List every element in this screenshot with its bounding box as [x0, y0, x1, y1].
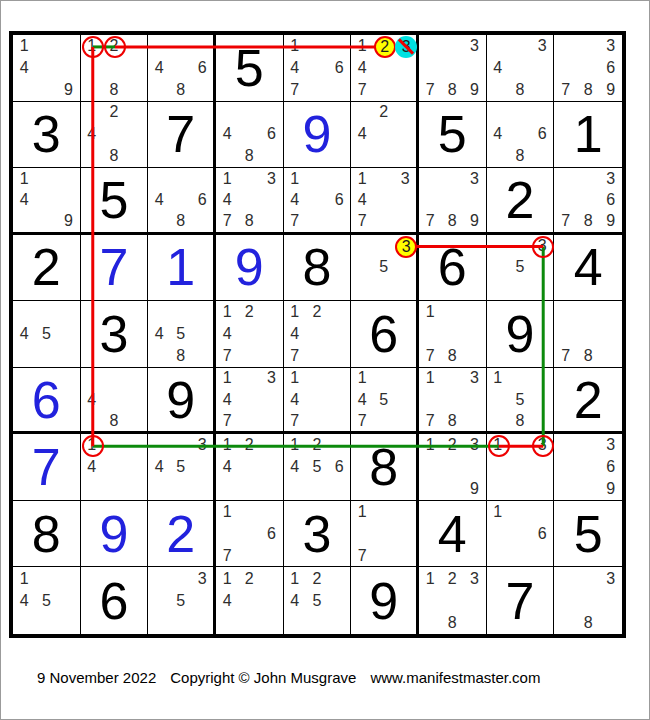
cell-r1c1[interactable]: 149 [13, 35, 81, 102]
cell-r8c2[interactable]: 9 [81, 501, 149, 568]
candidate-7 [13, 612, 35, 634]
candidate-5 [103, 456, 125, 478]
candidate-5 [373, 57, 395, 79]
cell-r4c4[interactable]: 9 [216, 235, 284, 302]
candidate-8: 8 [170, 210, 192, 231]
candidate-5 [577, 189, 600, 210]
cell-r7c2[interactable]: 14 [81, 434, 149, 501]
candidate-3 [394, 501, 416, 523]
candidate-1: 1 [284, 168, 306, 189]
candidate-4 [148, 590, 170, 612]
candidate-1 [419, 35, 441, 57]
candidate-9 [260, 210, 282, 231]
candidate-grid: 124 [216, 434, 283, 500]
candidate-8 [441, 478, 463, 500]
candidate-3 [260, 102, 282, 124]
candidate-4 [419, 456, 441, 478]
candidate-grid: 369 [554, 434, 622, 500]
candidate-grid: 1347 [216, 368, 283, 432]
solved-digit: 4 [438, 508, 467, 560]
cell-r1c2[interactable]: 128 [81, 35, 149, 102]
candidate-7 [81, 410, 103, 431]
candidate-4 [216, 523, 238, 545]
candidate-6 [57, 323, 79, 345]
candidate-9 [191, 210, 213, 231]
candidate-5 [238, 189, 260, 210]
cell-r5c3[interactable]: 458 [148, 301, 216, 368]
solved-digit: 8 [32, 508, 61, 560]
cell-r7c9[interactable]: 369 [554, 434, 622, 501]
candidate-4 [554, 456, 577, 478]
cell-r4c8[interactable]: 35 [487, 235, 555, 302]
cell-r5c5[interactable]: 1247 [284, 301, 352, 368]
cell-r8c1[interactable]: 8 [13, 501, 81, 568]
candidate-2: 2 [238, 301, 260, 323]
candidate-1 [81, 102, 103, 124]
candidate-grid: 147 [284, 368, 351, 432]
cell-r6c6[interactable]: 1457 [351, 368, 419, 435]
candidate-5 [509, 523, 531, 545]
candidate-7 [351, 145, 373, 167]
candidate-6: 6 [260, 523, 282, 545]
candidate-4: 4 [351, 123, 373, 145]
candidate-6 [394, 257, 416, 279]
candidate-2 [306, 168, 328, 189]
candidate-8 [306, 478, 328, 500]
candidate-7 [487, 145, 509, 167]
candidate-grid: 16 [487, 501, 554, 567]
cell-r6c4[interactable]: 1347 [216, 368, 284, 435]
solved-digit: 8 [303, 241, 332, 293]
cell-r4c6[interactable]: 35 [351, 235, 419, 302]
cell-r1c3[interactable]: 468 [148, 35, 216, 102]
cell-r6c2[interactable]: 48 [81, 368, 149, 435]
candidate-5 [238, 456, 260, 478]
candidate-9 [531, 145, 553, 167]
candidate-grid: 468 [148, 168, 213, 232]
candidate-2: 2 [103, 102, 125, 124]
candidate-3 [531, 102, 553, 124]
candidate-8 [35, 210, 57, 231]
candidate-7: 7 [351, 210, 373, 231]
cell-r9c7[interactable]: 1238 [419, 567, 487, 634]
cell-r3c4[interactable]: 13478 [216, 168, 284, 235]
candidate-6 [394, 189, 416, 210]
cell-r1c7[interactable]: 3789 [419, 35, 487, 102]
candidate-7 [284, 612, 306, 634]
cell-r1c6[interactable]: 12347 [351, 35, 419, 102]
cell-r2c7[interactable]: 5 [419, 102, 487, 169]
candidate-4: 4 [216, 590, 238, 612]
cell-r8c3[interactable]: 2 [148, 501, 216, 568]
candidate-7 [148, 345, 170, 367]
cell-r5c9[interactable]: 78 [554, 301, 622, 368]
candidate-3 [125, 434, 147, 456]
candidate-grid: 17 [351, 501, 416, 567]
cell-r6c9[interactable]: 2 [554, 368, 622, 435]
candidate-6 [57, 189, 79, 210]
candidate-4: 4 [81, 123, 103, 145]
candidate-7 [554, 478, 577, 500]
candidate-4 [487, 523, 509, 545]
candidate-7 [13, 210, 35, 231]
cell-r3c8[interactable]: 2 [487, 168, 555, 235]
candidate-1: 1 [419, 434, 441, 456]
candidate-8: 8 [238, 145, 260, 167]
candidate-5 [238, 523, 260, 545]
candidate-4 [351, 257, 373, 279]
cell-r9c1[interactable]: 145 [13, 567, 81, 634]
cell-r5c2[interactable]: 3 [81, 301, 149, 368]
cell-r2c1[interactable]: 3 [13, 102, 81, 169]
candidate-grid: 1467 [284, 35, 351, 101]
candidate-3 [394, 102, 416, 124]
candidate-6 [394, 123, 416, 145]
candidate-6 [463, 189, 485, 210]
candidate-1: 1 [13, 567, 35, 589]
candidate-9: 9 [463, 478, 485, 500]
candidate-2 [170, 567, 192, 589]
candidate-8 [238, 345, 260, 367]
cell-r9c4[interactable]: 124 [216, 567, 284, 634]
cell-r8c9[interactable]: 5 [554, 501, 622, 568]
candidate-1: 1 [216, 368, 238, 389]
candidate-grid: 35 [487, 235, 554, 301]
cell-r7c8[interactable]: 13 [487, 434, 555, 501]
candidate-4 [554, 323, 577, 345]
candidate-grid: 128 [81, 35, 148, 101]
candidate-3 [328, 301, 350, 323]
cell-r7c5[interactable]: 12456 [284, 434, 352, 501]
candidate-6: 6 [328, 189, 350, 210]
candidate-6 [57, 57, 79, 79]
candidate-6: 6 [328, 456, 350, 478]
candidate-6 [463, 590, 485, 612]
candidate-9 [260, 545, 282, 567]
candidate-5 [373, 189, 395, 210]
candidate-4: 4 [284, 389, 306, 410]
candidate-2: 2 [306, 567, 328, 589]
cell-r3c9[interactable]: 36789 [554, 168, 622, 235]
cell-r5c6[interactable]: 6 [351, 301, 419, 368]
cell-r6c1[interactable]: 6 [13, 368, 81, 435]
candidate-2 [35, 168, 57, 189]
cell-r6c3[interactable]: 9 [148, 368, 216, 435]
candidate-5 [441, 389, 463, 410]
cell-r2c2[interactable]: 248 [81, 102, 149, 169]
cell-r4c1[interactable]: 2 [13, 235, 81, 302]
candidate-8 [238, 545, 260, 567]
candidate-4: 4 [148, 323, 170, 345]
candidate-9 [531, 545, 553, 567]
candidate-grid: 149 [13, 35, 80, 101]
cell-r4c2[interactable]: 7 [81, 235, 149, 302]
candidate-6 [125, 389, 147, 410]
candidate-6: 6 [531, 523, 553, 545]
candidate-8: 8 [170, 345, 192, 367]
cell-r1c5[interactable]: 1467 [284, 35, 352, 102]
candidate-3 [394, 368, 416, 389]
candidate-3 [191, 35, 213, 57]
cell-r9c3[interactable]: 35 [148, 567, 216, 634]
candidate-7: 7 [419, 210, 441, 231]
candidate-8 [103, 478, 125, 500]
candidate-4: 4 [284, 323, 306, 345]
candidate-7: 7 [284, 410, 306, 431]
candidate-3: 3 [394, 235, 416, 257]
cell-r5c1[interactable]: 45 [13, 301, 81, 368]
cell-r4c5[interactable]: 8 [284, 235, 352, 302]
cell-r3c7[interactable]: 3789 [419, 168, 487, 235]
candidate-3: 3 [599, 168, 622, 189]
candidate-grid: 35 [148, 567, 213, 634]
candidate-1: 1 [351, 35, 373, 57]
cell-r9c8[interactable]: 7 [487, 567, 555, 634]
candidate-4 [554, 590, 577, 612]
candidate-5 [170, 189, 192, 210]
solved-digit: 9 [303, 108, 332, 160]
candidate-grid: 78 [554, 301, 622, 367]
candidate-6: 6 [191, 189, 213, 210]
candidate-1: 1 [216, 567, 238, 589]
candidate-8: 8 [170, 79, 192, 101]
candidate-grid: 145 [13, 567, 80, 634]
candidate-2 [170, 168, 192, 189]
sudoku-board: 1491284685146712347378934836789324874689… [9, 31, 626, 638]
cell-r6c8[interactable]: 158 [487, 368, 555, 435]
candidate-5 [441, 57, 463, 79]
candidate-5: 5 [170, 590, 192, 612]
candidate-grid: 1239 [419, 434, 486, 500]
candidate-8 [238, 612, 260, 634]
candidate-6 [463, 323, 485, 345]
solved-digit: 1 [574, 108, 603, 160]
cell-r1c4[interactable]: 5 [216, 35, 284, 102]
candidate-6 [531, 389, 553, 410]
candidate-6 [394, 523, 416, 545]
candidate-3: 3 [191, 567, 213, 589]
candidate-7 [487, 278, 509, 300]
candidate-grid: 149 [13, 168, 80, 232]
candidate-8 [373, 410, 395, 431]
cell-r1c8[interactable]: 348 [487, 35, 555, 102]
candidate-7 [81, 145, 103, 167]
candidate-4: 4 [13, 189, 35, 210]
candidate-2 [373, 368, 395, 389]
candidate-7: 7 [554, 210, 577, 231]
candidate-7 [13, 345, 35, 367]
candidate-6 [328, 590, 350, 612]
cell-r9c9[interactable]: 38 [554, 567, 622, 634]
candidate-3: 3 [260, 168, 282, 189]
candidate-4 [419, 189, 441, 210]
cell-r3c5[interactable]: 1467 [284, 168, 352, 235]
candidate-7 [419, 612, 441, 634]
cell-r4c7[interactable]: 6 [419, 235, 487, 302]
candidate-1 [487, 35, 509, 57]
cell-r3c2[interactable]: 5 [81, 168, 149, 235]
candidate-8: 8 [441, 210, 463, 231]
candidate-4: 4 [216, 123, 238, 145]
candidate-2 [509, 501, 531, 523]
candidate-9 [463, 410, 485, 431]
cell-r2c3[interactable]: 7 [148, 102, 216, 169]
candidate-1: 1 [487, 434, 509, 456]
candidate-4 [419, 389, 441, 410]
cell-r7c6[interactable]: 8 [351, 434, 419, 501]
candidate-9 [463, 345, 485, 367]
cell-r2c5[interactable]: 9 [284, 102, 352, 169]
candidate-8 [373, 545, 395, 567]
candidate-8: 8 [509, 410, 531, 431]
cell-r9c5[interactable]: 1245 [284, 567, 352, 634]
candidate-8 [509, 478, 531, 500]
cell-r6c5[interactable]: 147 [284, 368, 352, 435]
candidate-1 [554, 168, 577, 189]
candidate-4 [419, 590, 441, 612]
candidate-1 [216, 102, 238, 124]
candidate-grid: 14 [81, 434, 148, 500]
candidate-4 [554, 57, 577, 79]
candidate-9: 9 [599, 79, 622, 101]
cell-r7c3[interactable]: 345 [148, 434, 216, 501]
candidate-8: 8 [577, 79, 600, 101]
cell-r5c4[interactable]: 1247 [216, 301, 284, 368]
candidate-6 [394, 389, 416, 410]
candidate-3: 3 [531, 35, 553, 57]
candidate-5 [35, 57, 57, 79]
candidate-9 [191, 478, 213, 500]
candidate-9: 9 [599, 478, 622, 500]
candidate-4: 4 [351, 57, 373, 79]
solved-digit: 2 [506, 174, 535, 226]
candidate-9 [394, 410, 416, 431]
cell-r3c6[interactable]: 1347 [351, 168, 419, 235]
cell-r2c4[interactable]: 468 [216, 102, 284, 169]
candidate-2 [35, 567, 57, 589]
cell-r3c1[interactable]: 149 [13, 168, 81, 235]
candidate-1 [148, 168, 170, 189]
candidate-3: 3 [394, 35, 416, 57]
cell-r2c6[interactable]: 24 [351, 102, 419, 169]
solved-digit: 6 [369, 308, 398, 360]
candidate-grid: 468 [216, 102, 283, 168]
cell-r8c7[interactable]: 4 [419, 501, 487, 568]
candidate-4 [487, 257, 509, 279]
cell-r3c3[interactable]: 468 [148, 168, 216, 235]
solved-digit: 9 [166, 374, 195, 426]
cell-r1c9[interactable]: 36789 [554, 35, 622, 102]
candidate-2: 2 [238, 567, 260, 589]
candidate-9 [531, 478, 553, 500]
solved-digit: 5 [574, 508, 603, 560]
solved-digit: 3 [303, 508, 332, 560]
solved-digit: 7 [506, 575, 535, 627]
candidate-4: 4 [351, 389, 373, 410]
cell-r4c3[interactable]: 1 [148, 235, 216, 302]
cell-r8c4[interactable]: 167 [216, 501, 284, 568]
candidate-8 [306, 410, 328, 431]
cell-r4c9[interactable]: 4 [554, 235, 622, 302]
candidate-7: 7 [284, 79, 306, 101]
candidate-8: 8 [238, 210, 260, 231]
candidate-7 [419, 478, 441, 500]
solved-digit: 2 [166, 508, 195, 560]
candidate-9 [125, 145, 147, 167]
candidate-6 [125, 57, 147, 79]
candidate-9 [328, 210, 350, 231]
candidate-9 [394, 545, 416, 567]
candidate-2 [238, 501, 260, 523]
candidate-1: 1 [216, 434, 238, 456]
candidate-grid: 3789 [419, 168, 486, 232]
candidate-6: 6 [191, 57, 213, 79]
candidate-7: 7 [351, 79, 373, 101]
candidate-6 [260, 189, 282, 210]
candidate-8 [373, 79, 395, 101]
candidate-grid: 178 [419, 301, 486, 367]
candidate-2 [238, 102, 260, 124]
candidate-2 [373, 168, 395, 189]
solved-digit: 8 [369, 441, 398, 493]
cell-r2c9[interactable]: 1 [554, 102, 622, 169]
solved-digit: 5 [235, 42, 264, 94]
candidate-8 [170, 478, 192, 500]
cell-r8c5[interactable]: 3 [284, 501, 352, 568]
candidate-9 [260, 410, 282, 431]
cell-r7c4[interactable]: 124 [216, 434, 284, 501]
cell-r8c8[interactable]: 16 [487, 501, 555, 568]
cell-r7c7[interactable]: 1239 [419, 434, 487, 501]
cell-r9c6[interactable]: 9 [351, 567, 419, 634]
candidate-4 [487, 456, 509, 478]
solved-digit: 2 [32, 241, 61, 293]
candidate-1: 1 [351, 501, 373, 523]
candidate-2 [577, 567, 600, 589]
solved-digit: 9 [235, 241, 264, 293]
candidate-6 [599, 590, 622, 612]
cell-r5c7[interactable]: 178 [419, 301, 487, 368]
candidate-grid: 1378 [419, 368, 486, 432]
cell-r7c1[interactable]: 7 [13, 434, 81, 501]
candidate-8 [306, 612, 328, 634]
candidate-3 [125, 35, 147, 57]
solved-digit: 7 [100, 241, 129, 293]
candidate-7: 7 [284, 345, 306, 367]
cell-r2c8[interactable]: 468 [487, 102, 555, 169]
cell-r9c2[interactable]: 6 [81, 567, 149, 634]
candidate-3 [57, 301, 79, 323]
solved-digit: 6 [32, 374, 61, 426]
candidate-8 [35, 79, 57, 101]
cell-r5c8[interactable]: 9 [487, 301, 555, 368]
solved-digit: 5 [438, 108, 467, 160]
cell-r6c7[interactable]: 1378 [419, 368, 487, 435]
footer-date: 9 November 2022 [37, 669, 156, 686]
cell-r8c6[interactable]: 17 [351, 501, 419, 568]
candidate-3 [57, 35, 79, 57]
candidate-3 [599, 301, 622, 323]
candidate-6: 6 [531, 123, 553, 145]
candidate-4: 4 [13, 57, 35, 79]
candidate-9 [328, 79, 350, 101]
candidate-2 [238, 368, 260, 389]
candidate-5: 5 [35, 323, 57, 345]
candidate-grid: 1238 [419, 567, 486, 634]
candidate-5 [441, 456, 463, 478]
candidate-1: 1 [419, 368, 441, 389]
candidate-grid: 48 [81, 368, 148, 432]
